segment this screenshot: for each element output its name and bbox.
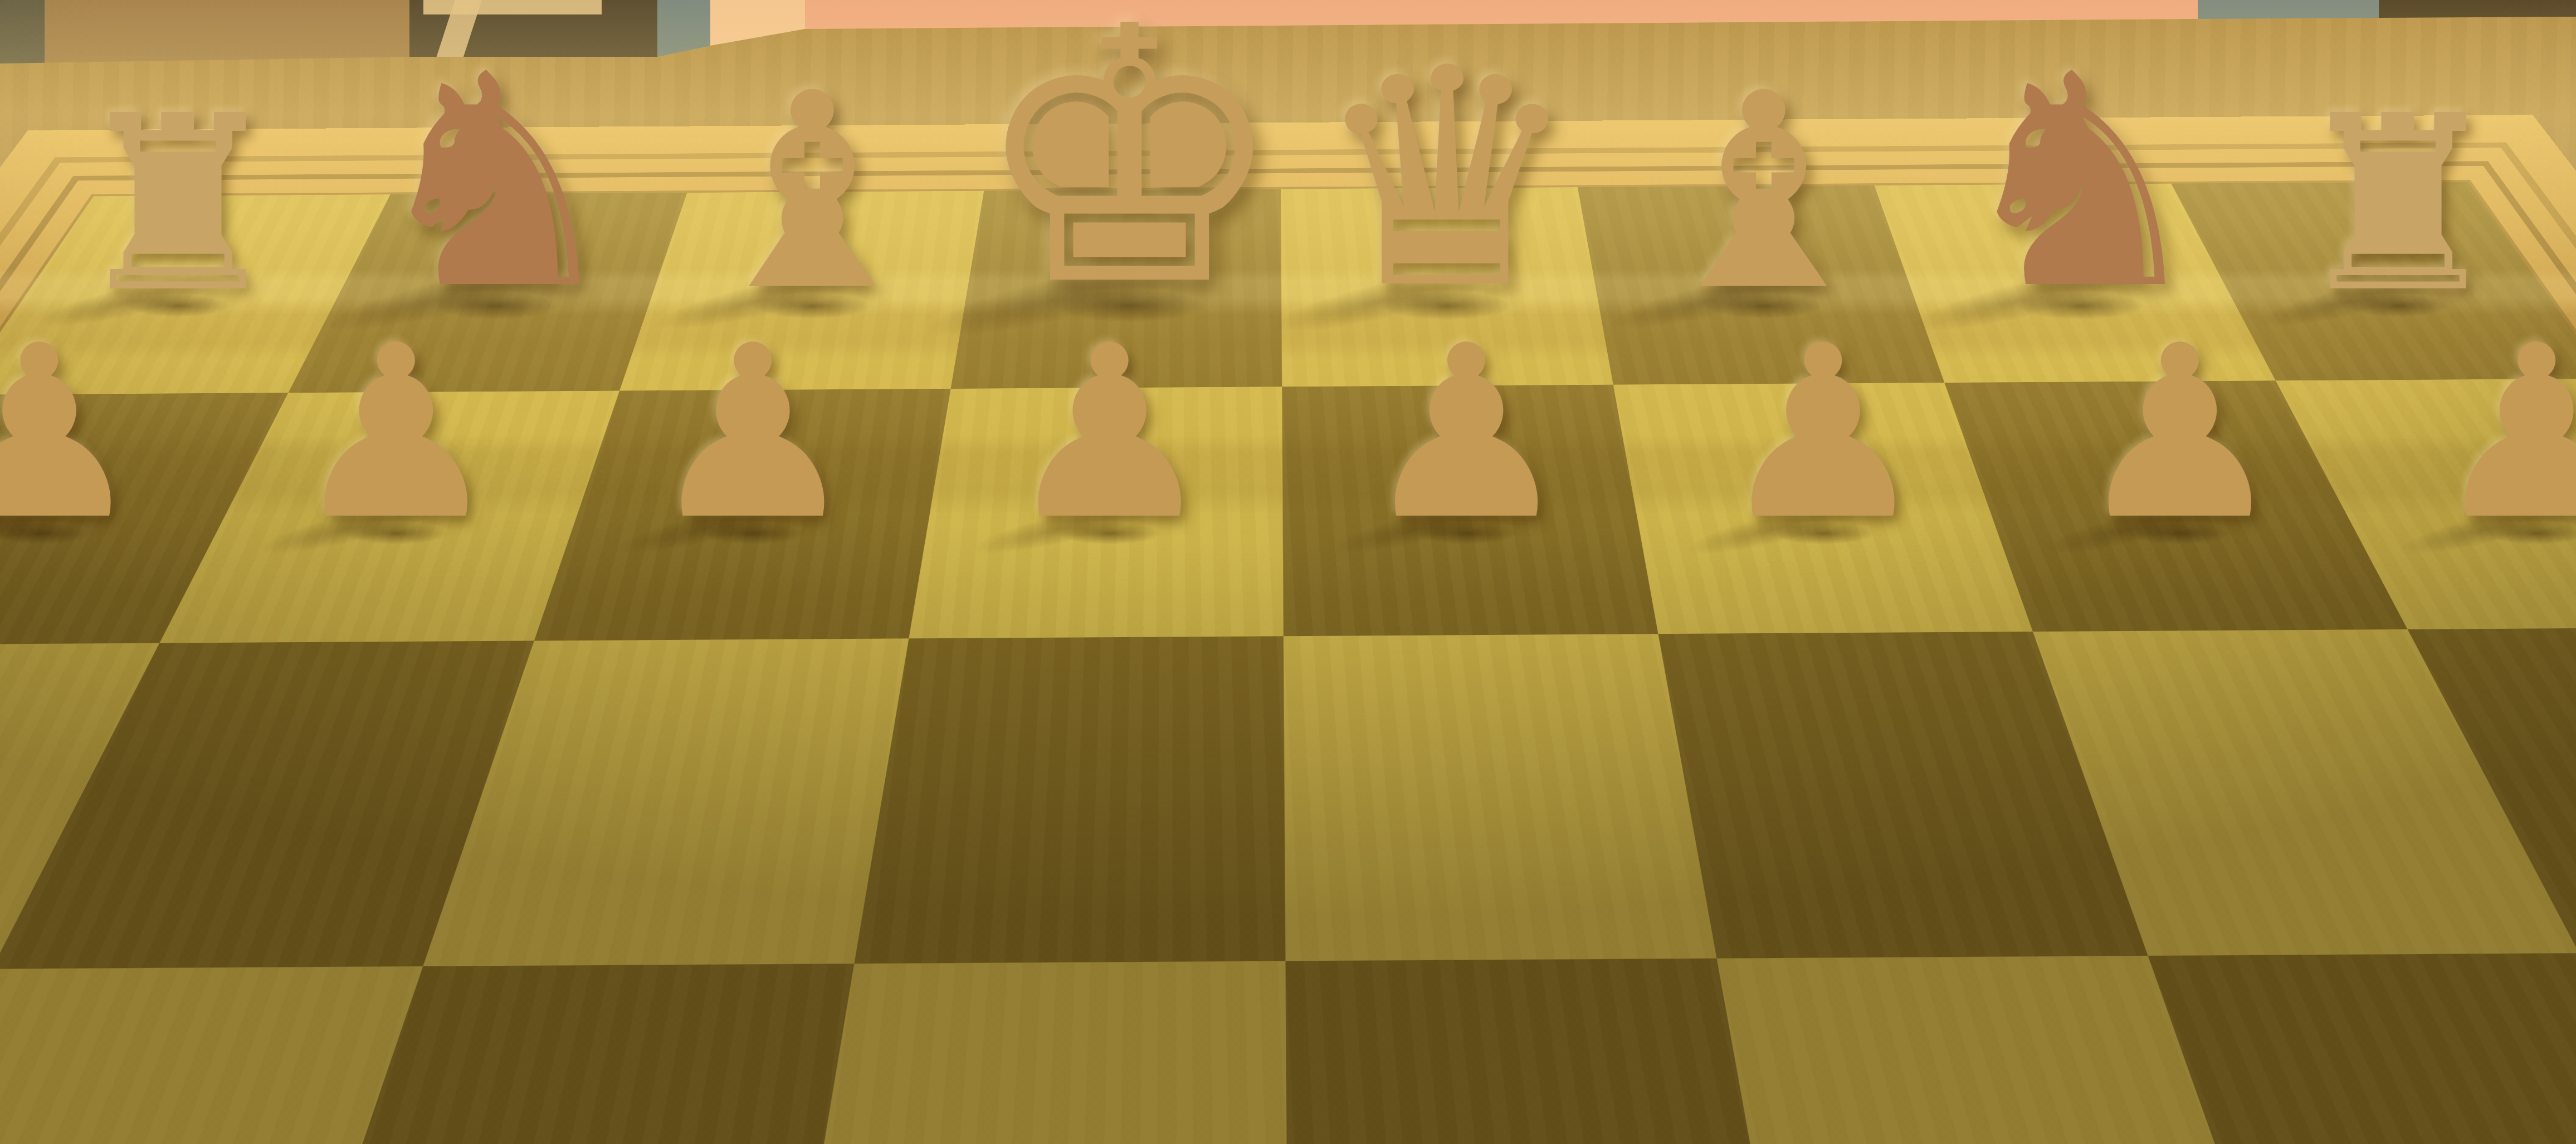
piece-white-knight-g1[interactable]: ♞	[364, 36, 627, 329]
photo-of-wooden-chessboard: ♟♟♟♟♟♟♟♟♜♞♝♛♚♝♞♜	[0, 0, 2576, 1144]
square-wood-texture	[0, 966, 423, 1144]
piece-white-rook-a1[interactable]: ♜	[2290, 84, 2506, 325]
square-wood-texture	[780, 961, 1289, 1144]
square-wood-texture	[1285, 959, 1796, 1144]
piece-white-pawn-b2[interactable]: ♟	[2073, 314, 2286, 553]
piece-white-pawn-a2[interactable]: ♟	[2430, 314, 2576, 553]
dark-left-sliver	[0, 0, 45, 72]
piece-white-pawn-h2[interactable]: ♟	[0, 314, 146, 553]
square-e3[interactable]	[854, 636, 1285, 964]
piece-white-bishop-c1[interactable]: ♝	[1643, 58, 1885, 327]
piece-white-pawn-g2[interactable]: ♟	[289, 314, 502, 553]
piece-white-knight-b1[interactable]: ♞	[1949, 36, 2212, 329]
piece-white-pawn-d2[interactable]: ♟	[1359, 314, 1573, 553]
square-e4[interactable]	[780, 961, 1289, 1144]
piece-white-king-e1[interactable]: ♚	[971, 0, 1287, 334]
square-d3[interactable]	[1284, 634, 1717, 961]
square-g4[interactable]	[0, 966, 423, 1144]
square-wood-texture	[1284, 634, 1717, 961]
square-wood-texture	[2148, 953, 2576, 1144]
piece-white-pawn-e2[interactable]: ♟	[1003, 314, 1216, 553]
piece-white-rook-h1[interactable]: ♜	[70, 84, 286, 325]
square-d4[interactable]	[1285, 959, 1796, 1144]
square-b4[interactable]	[2148, 953, 2576, 1144]
square-wood-texture	[854, 636, 1285, 964]
piece-white-queen-d1[interactable]: ♛	[1311, 29, 1581, 330]
piece-white-pawn-c2[interactable]: ♟	[1716, 314, 1930, 553]
piece-white-pawn-f2[interactable]: ♟	[646, 314, 860, 553]
piece-white-bishop-f1[interactable]: ♝	[691, 58, 933, 327]
